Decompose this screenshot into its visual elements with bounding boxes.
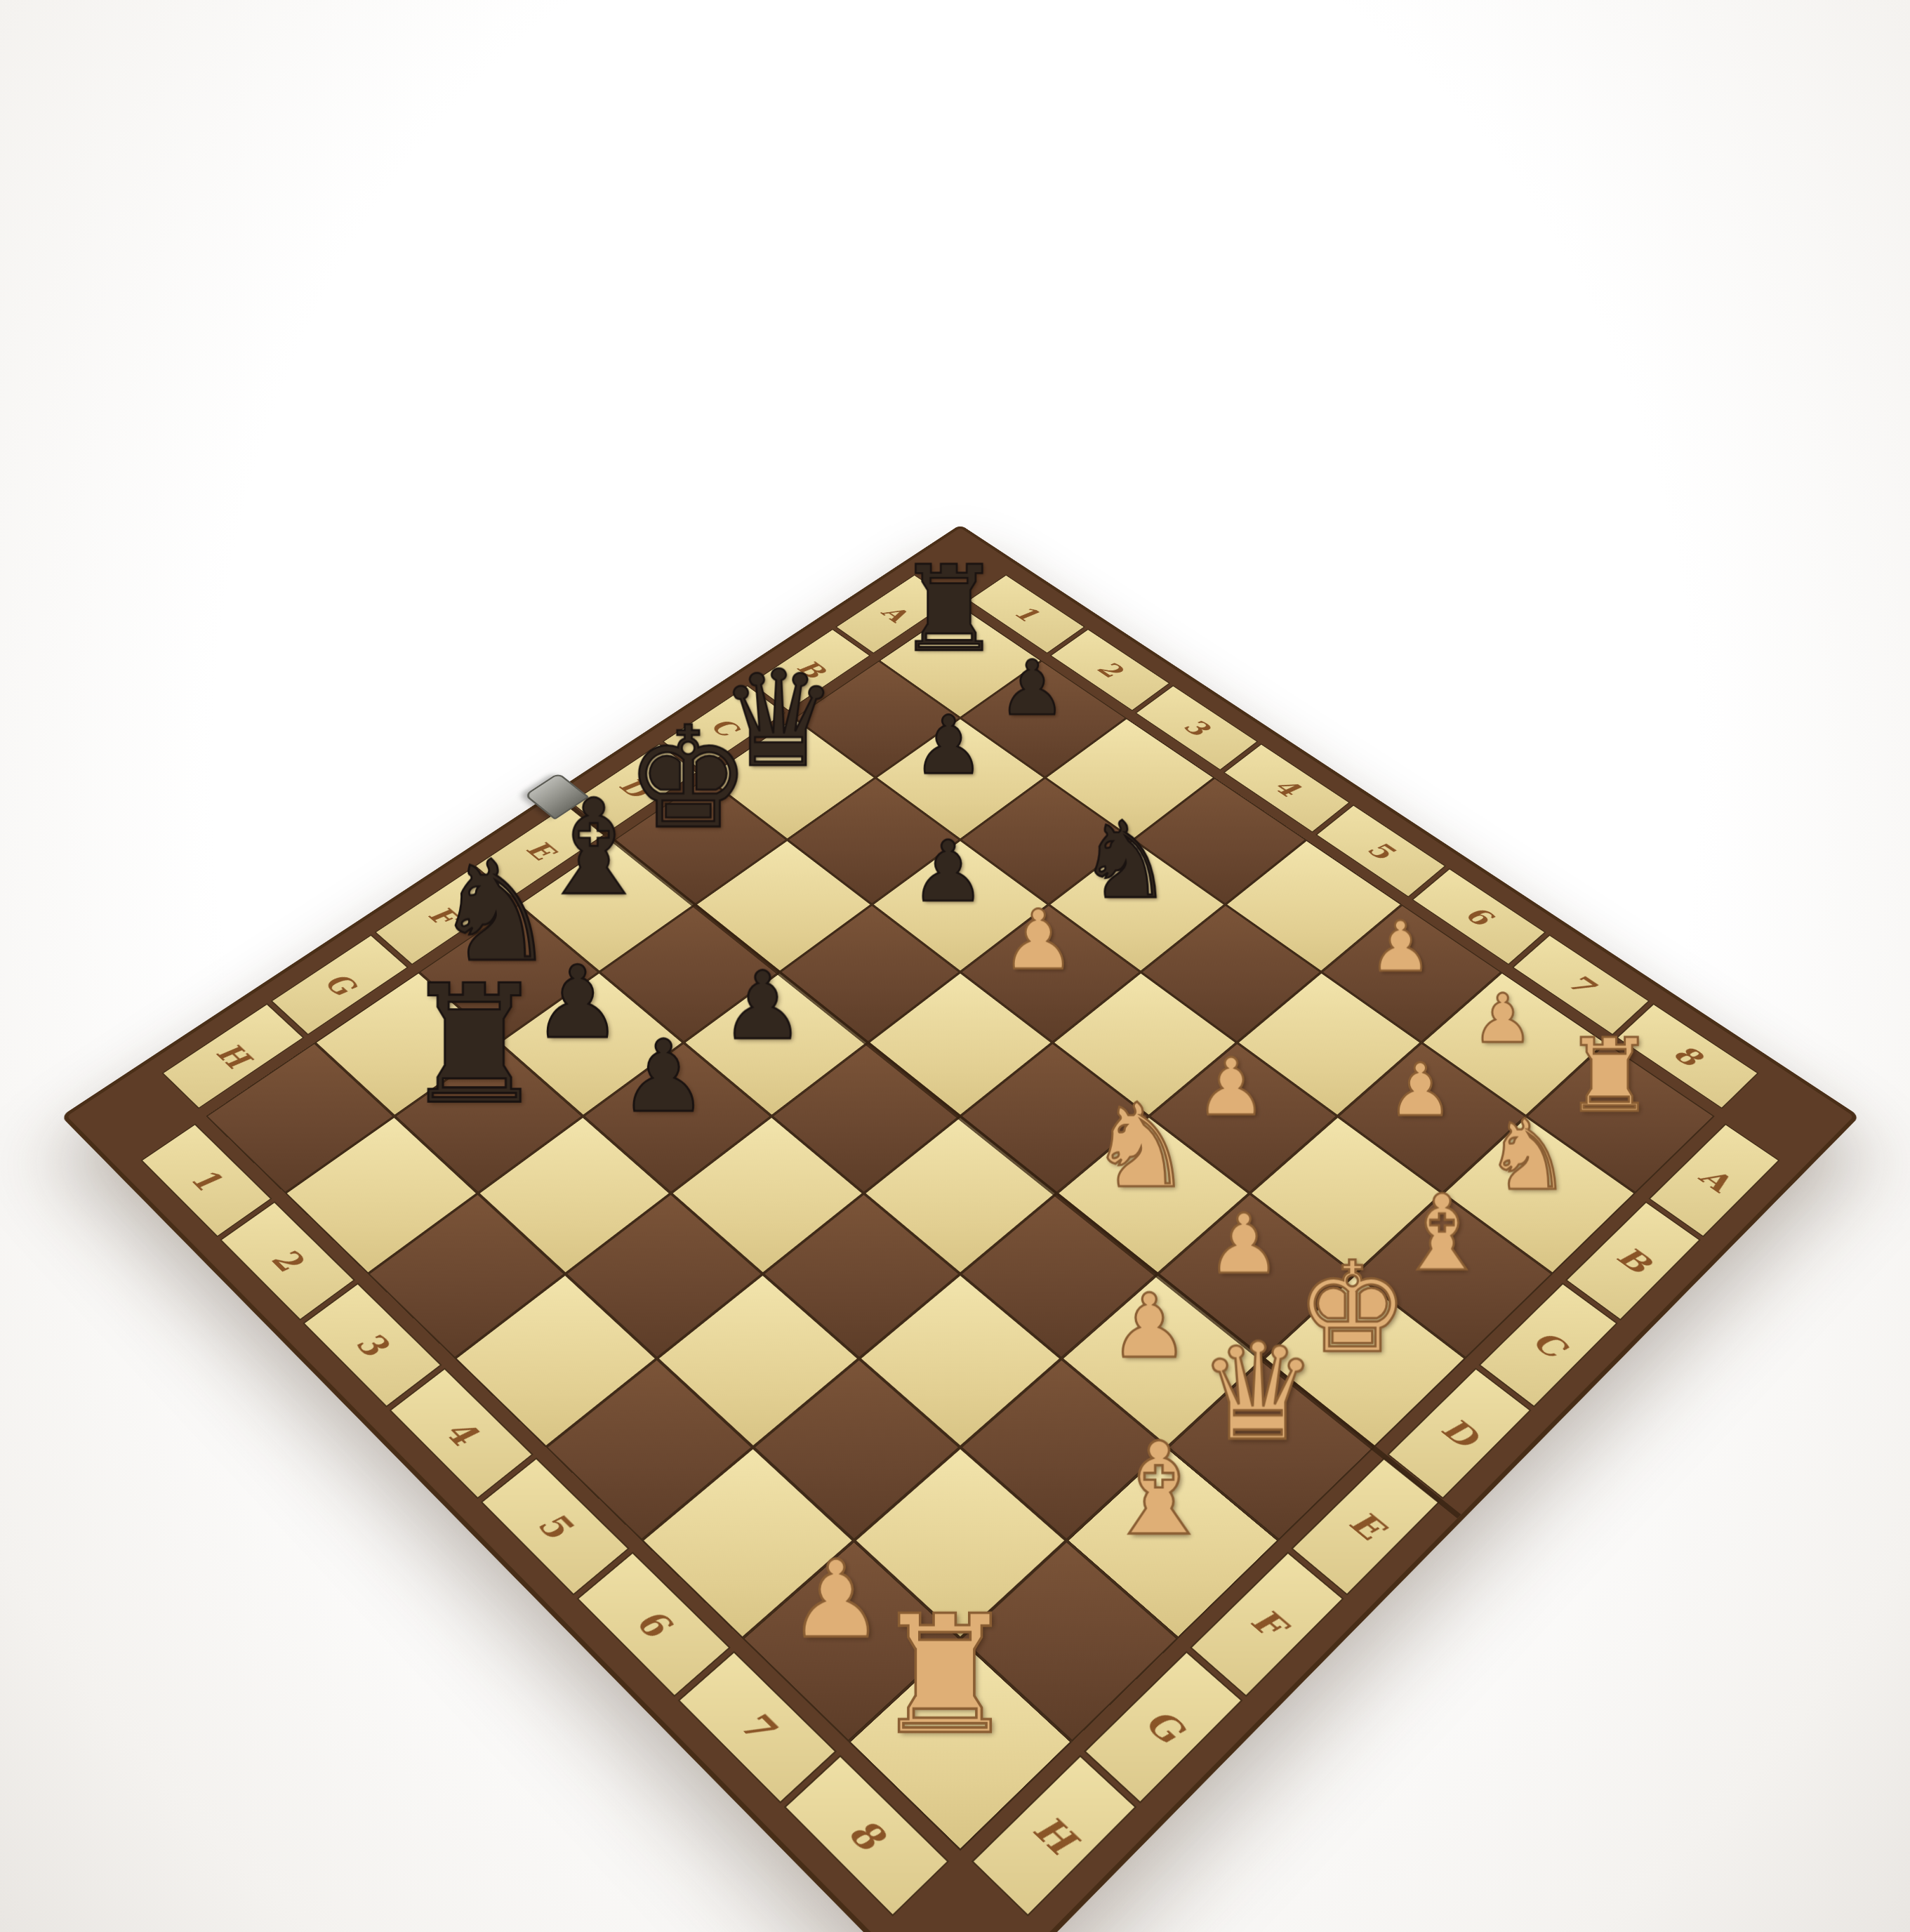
chessboard-frame: 12345678 12345678 ABCDEFGH ABCDEFGH ♜♟♟♟… bbox=[67, 528, 1854, 1932]
square-d4[interactable] bbox=[868, 972, 1053, 1116]
photo-background: 12345678 12345678 ABCDEFGH ABCDEFGH ♜♟♟♟… bbox=[0, 0, 1910, 1932]
square-e3[interactable]: ♟ bbox=[684, 972, 868, 1116]
chessboard[interactable]: ♜♟♟♟♜♟♞♟♞♛♟♟♟♝♚♞♟♚♝♟♟♛♞♟♟♝♜♟♜ bbox=[206, 605, 1715, 1851]
square-g3[interactable] bbox=[478, 1116, 671, 1274]
